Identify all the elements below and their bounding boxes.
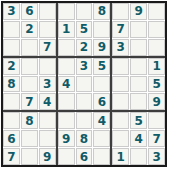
box-1-3: 973 bbox=[112, 3, 165, 56]
cell-r3c6: 9 bbox=[93, 39, 110, 56]
sudoku-board: 3627815299732837435461598679498654713 bbox=[1, 1, 167, 167]
cell-r1c5[interactable] bbox=[76, 3, 93, 20]
cell-r9c6[interactable] bbox=[93, 148, 110, 165]
cell-r4c9: 1 bbox=[148, 58, 165, 75]
cell-r3c3: 7 bbox=[39, 39, 56, 56]
cell-r7c6: 4 bbox=[93, 112, 110, 129]
cell-r4c2[interactable] bbox=[21, 58, 38, 75]
cell-r3c8[interactable] bbox=[130, 39, 147, 56]
cell-r6c6: 6 bbox=[93, 93, 110, 110]
cell-r8c9: 7 bbox=[148, 130, 165, 147]
cell-r9c5: 6 bbox=[76, 148, 93, 165]
cell-r2c1[interactable] bbox=[3, 21, 20, 38]
cell-r2c8[interactable] bbox=[130, 21, 147, 38]
cell-r8c8: 4 bbox=[130, 130, 147, 147]
cell-r1c2: 6 bbox=[21, 3, 38, 20]
cell-r8c4: 9 bbox=[58, 130, 75, 147]
cell-r1c8: 9 bbox=[130, 3, 147, 20]
cell-r3c2[interactable] bbox=[21, 39, 38, 56]
cell-r9c8[interactable] bbox=[130, 148, 147, 165]
cell-r4c1: 2 bbox=[3, 58, 20, 75]
cell-r8c7[interactable] bbox=[112, 130, 129, 147]
cell-r5c9: 5 bbox=[148, 76, 165, 93]
cell-r5c2[interactable] bbox=[21, 76, 38, 93]
cell-r4c8[interactable] bbox=[130, 58, 147, 75]
cell-r9c9: 3 bbox=[148, 148, 165, 165]
cell-r9c3: 9 bbox=[39, 148, 56, 165]
box-3-1: 8679 bbox=[3, 112, 56, 165]
cell-r3c9[interactable] bbox=[148, 39, 165, 56]
cell-r8c2[interactable] bbox=[21, 130, 38, 147]
cell-r3c5: 2 bbox=[76, 39, 93, 56]
cell-r4c3[interactable] bbox=[39, 58, 56, 75]
cell-r2c2: 2 bbox=[21, 21, 38, 38]
box-1-1: 3627 bbox=[3, 3, 56, 56]
cell-r3c4[interactable] bbox=[58, 39, 75, 56]
cell-r7c3[interactable] bbox=[39, 112, 56, 129]
cell-r8c5: 8 bbox=[76, 130, 93, 147]
cell-r1c9[interactable] bbox=[148, 3, 165, 20]
cell-r2c3[interactable] bbox=[39, 21, 56, 38]
cell-r6c5[interactable] bbox=[76, 93, 93, 110]
cell-r6c3: 4 bbox=[39, 93, 56, 110]
cell-r7c4[interactable] bbox=[58, 112, 75, 129]
cell-r5c4: 4 bbox=[58, 76, 75, 93]
box-2-2: 3546 bbox=[58, 58, 111, 111]
cell-r4c6: 5 bbox=[93, 58, 110, 75]
cell-r2c7: 7 bbox=[112, 21, 129, 38]
cell-r5c3: 3 bbox=[39, 76, 56, 93]
cell-r1c7[interactable] bbox=[112, 3, 129, 20]
cell-r7c1[interactable] bbox=[3, 112, 20, 129]
cell-r5c6[interactable] bbox=[93, 76, 110, 93]
cell-r7c5[interactable] bbox=[76, 112, 93, 129]
cell-r6c8[interactable] bbox=[130, 93, 147, 110]
cell-r2c6[interactable] bbox=[93, 21, 110, 38]
box-3-2: 4986 bbox=[58, 112, 111, 165]
cell-r2c5: 5 bbox=[76, 21, 93, 38]
cell-r9c2[interactable] bbox=[21, 148, 38, 165]
cell-r7c2: 8 bbox=[21, 112, 38, 129]
cell-r4c5: 3 bbox=[76, 58, 93, 75]
cell-r6c7[interactable] bbox=[112, 93, 129, 110]
cell-r7c7[interactable] bbox=[112, 112, 129, 129]
cell-r3c7: 3 bbox=[112, 39, 129, 56]
sudoku-widget: 3627815299732837435461598679498654713 bbox=[1, 1, 167, 167]
cell-r6c1[interactable] bbox=[3, 93, 20, 110]
box-1-2: 81529 bbox=[58, 3, 111, 56]
cell-r8c1: 6 bbox=[3, 130, 20, 147]
cell-r1c1: 3 bbox=[3, 3, 20, 20]
cell-r5c1: 8 bbox=[3, 76, 20, 93]
cell-r6c4[interactable] bbox=[58, 93, 75, 110]
cell-r2c9[interactable] bbox=[148, 21, 165, 38]
cell-r5c5[interactable] bbox=[76, 76, 93, 93]
cell-r2c4: 1 bbox=[58, 21, 75, 38]
cell-r3c1[interactable] bbox=[3, 39, 20, 56]
cell-r4c7[interactable] bbox=[112, 58, 129, 75]
cell-r8c3[interactable] bbox=[39, 130, 56, 147]
cell-r1c6: 8 bbox=[93, 3, 110, 20]
cell-r9c7: 1 bbox=[112, 148, 129, 165]
cell-r7c8: 5 bbox=[130, 112, 147, 129]
cell-r9c1: 7 bbox=[3, 148, 20, 165]
cell-r5c7[interactable] bbox=[112, 76, 129, 93]
cell-r6c2: 7 bbox=[21, 93, 38, 110]
cell-r9c4[interactable] bbox=[58, 148, 75, 165]
box-2-3: 159 bbox=[112, 58, 165, 111]
cell-r6c9: 9 bbox=[148, 93, 165, 110]
box-3-3: 54713 bbox=[112, 112, 165, 165]
cell-r7c9[interactable] bbox=[148, 112, 165, 129]
cell-r4c4[interactable] bbox=[58, 58, 75, 75]
cell-r1c3[interactable] bbox=[39, 3, 56, 20]
cell-r5c8[interactable] bbox=[130, 76, 147, 93]
box-2-1: 28374 bbox=[3, 58, 56, 111]
cell-r8c6[interactable] bbox=[93, 130, 110, 147]
cell-r1c4[interactable] bbox=[58, 3, 75, 20]
